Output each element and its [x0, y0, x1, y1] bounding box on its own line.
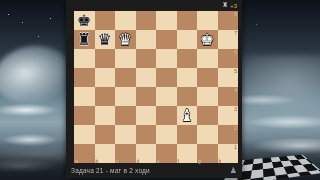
square-e7[interactable]	[156, 30, 177, 49]
square-f4[interactable]	[177, 87, 198, 106]
square-d5[interactable]	[136, 68, 157, 87]
piece-white-queen: ♛	[115, 30, 136, 49]
square-g1[interactable]: g	[197, 144, 218, 163]
material-advantage: +3	[230, 3, 237, 9]
chess-app-window: ♜ +3 ♚8♜♛♛♚7654♝32abcdefgh1 Задача 21 - …	[66, 0, 242, 178]
square-d7[interactable]	[136, 30, 157, 49]
piece-black-king: ♚	[74, 11, 95, 30]
piece-white-king: ♚	[197, 30, 218, 49]
square-g4[interactable]	[197, 87, 218, 106]
piece-black-rook: ♜	[74, 30, 95, 49]
square-d4[interactable]	[136, 87, 157, 106]
rank-label-4: 4	[234, 88, 237, 93]
square-f2[interactable]	[177, 125, 198, 144]
square-h6[interactable]: 6	[218, 49, 239, 68]
square-d8[interactable]	[136, 11, 157, 30]
square-g6[interactable]	[197, 49, 218, 68]
square-a6[interactable]	[74, 49, 95, 68]
square-e2[interactable]	[156, 125, 177, 144]
square-b8[interactable]	[95, 11, 116, 30]
file-label-f: f	[178, 158, 179, 164]
square-b3[interactable]	[95, 106, 116, 125]
square-f5[interactable]	[177, 68, 198, 87]
file-label-d: d	[137, 158, 140, 164]
file-label-c: c	[116, 158, 119, 164]
square-h3[interactable]: 3	[218, 106, 239, 125]
square-c8[interactable]	[115, 11, 136, 30]
square-b7[interactable]: ♛	[95, 30, 116, 49]
square-e3[interactable]	[156, 106, 177, 125]
square-g2[interactable]	[197, 125, 218, 144]
puzzle-caption: Задача 21 - мат в 2 ходи	[71, 167, 150, 174]
rank-label-3: 3	[234, 107, 237, 112]
square-h4[interactable]: 4	[218, 87, 239, 106]
square-f7[interactable]	[177, 30, 198, 49]
pawn-icon: ♟	[230, 167, 237, 175]
square-a2[interactable]	[74, 125, 95, 144]
file-label-h: h	[219, 158, 222, 164]
square-e4[interactable]	[156, 87, 177, 106]
square-a3[interactable]	[74, 106, 95, 125]
square-d3[interactable]	[136, 106, 157, 125]
rank-label-5: 5	[234, 69, 237, 74]
square-a5[interactable]	[74, 68, 95, 87]
square-c5[interactable]	[115, 68, 136, 87]
square-b5[interactable]	[95, 68, 116, 87]
square-b6[interactable]	[95, 49, 116, 68]
stars-decoration	[8, 14, 9, 15]
bottom-bar: Задача 21 - мат в 2 ходи ♟	[66, 163, 242, 178]
square-g7[interactable]: ♚	[197, 30, 218, 49]
square-f1[interactable]: f	[177, 144, 198, 163]
file-label-g: g	[198, 158, 201, 164]
top-bar: ♜ +3	[66, 0, 242, 11]
piece-white-bishop: ♝	[177, 106, 198, 125]
rank-label-1: 1	[234, 145, 237, 150]
square-d1[interactable]: d	[136, 144, 157, 163]
square-g3[interactable]	[197, 106, 218, 125]
square-g5[interactable]	[197, 68, 218, 87]
rook-icon: ♜	[222, 2, 228, 9]
square-f6[interactable]	[177, 49, 198, 68]
square-c3[interactable]	[115, 106, 136, 125]
square-b2[interactable]	[95, 125, 116, 144]
square-b1[interactable]: b	[95, 144, 116, 163]
square-a7[interactable]: ♜	[74, 30, 95, 49]
square-d2[interactable]	[136, 125, 157, 144]
chess-board: ♚8♜♛♛♚7654♝32abcdefgh1	[74, 11, 238, 163]
square-h1[interactable]: h1	[218, 144, 239, 163]
rank-label-6: 6	[234, 50, 237, 55]
square-f3[interactable]: ♝	[177, 106, 198, 125]
square-e5[interactable]	[156, 68, 177, 87]
square-c7[interactable]: ♛	[115, 30, 136, 49]
screen: ♜ +3 ♚8♜♛♛♚7654♝32abcdefgh1 Задача 21 - …	[0, 0, 320, 180]
square-e1[interactable]: e	[156, 144, 177, 163]
square-h5[interactable]: 5	[218, 68, 239, 87]
square-a4[interactable]	[74, 87, 95, 106]
square-a8[interactable]: ♚	[74, 11, 95, 30]
square-c2[interactable]	[115, 125, 136, 144]
square-a1[interactable]: a	[74, 144, 95, 163]
square-e6[interactable]	[156, 49, 177, 68]
rank-label-8: 8	[234, 12, 237, 17]
square-f8[interactable]	[177, 11, 198, 30]
square-e8[interactable]	[156, 11, 177, 30]
square-c1[interactable]: c	[115, 144, 136, 163]
square-c4[interactable]	[115, 87, 136, 106]
square-c6[interactable]	[115, 49, 136, 68]
square-d6[interactable]	[136, 49, 157, 68]
square-b4[interactable]	[95, 87, 116, 106]
square-h2[interactable]: 2	[218, 125, 239, 144]
piece-black-queen: ♛	[95, 30, 116, 49]
square-g8[interactable]	[197, 11, 218, 30]
rank-label-7: 7	[234, 31, 237, 36]
file-label-e: e	[157, 158, 160, 164]
file-label-b: b	[96, 158, 99, 164]
square-h7[interactable]: 7	[218, 30, 239, 49]
file-label-a: a	[75, 158, 78, 164]
square-h8[interactable]: 8	[218, 11, 239, 30]
rank-label-2: 2	[234, 126, 237, 131]
